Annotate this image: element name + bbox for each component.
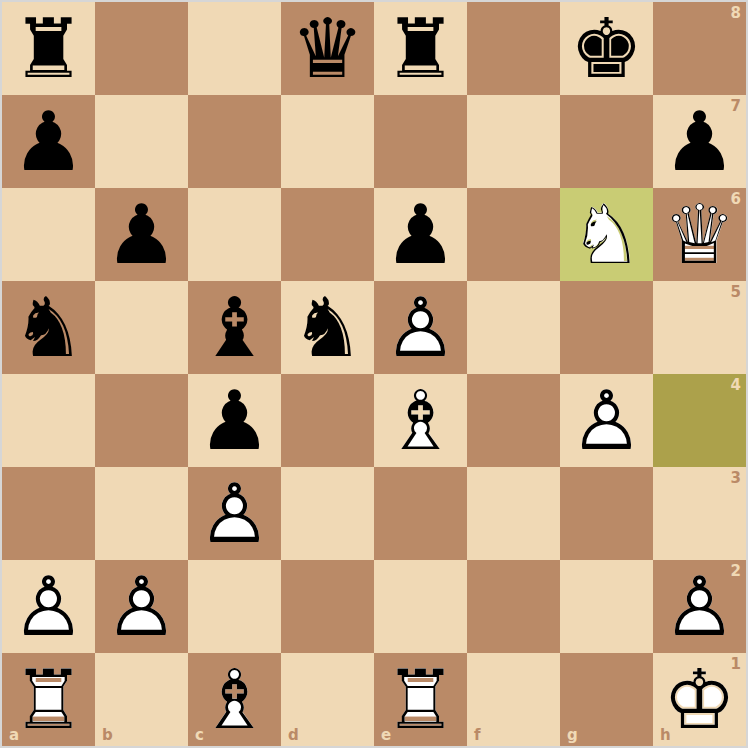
square-c1[interactable]: c♝♗: [188, 653, 281, 746]
white-queen-outline-glyph: ♕: [653, 188, 746, 281]
white-pawn-outline-glyph: ♙: [95, 560, 188, 653]
rank-label-3: 3: [731, 471, 741, 486]
square-d5[interactable]: ♞: [281, 281, 374, 374]
square-d6[interactable]: [281, 188, 374, 281]
square-c2[interactable]: [188, 560, 281, 653]
square-b7[interactable]: [95, 95, 188, 188]
square-a6[interactable]: [2, 188, 95, 281]
file-label-d: d: [288, 728, 299, 743]
chess-board-frame: ♜♛♜♚8♟7♟♟♟♞♘6♛♕♞♝♞♟♙5♟♝♗♟♙4♟♙3♟♙♟♙2♟♙a♜♖…: [0, 0, 748, 748]
square-h4[interactable]: 4: [653, 374, 746, 467]
square-g4[interactable]: ♟♙: [560, 374, 653, 467]
square-b3[interactable]: [95, 467, 188, 560]
white-pawn-outline-glyph: ♙: [653, 560, 746, 653]
black-pawn-fill-glyph: ♟: [374, 188, 467, 281]
piece-black-rook-icon[interactable]: ♜: [2, 2, 95, 95]
black-pawn-fill-glyph: ♟: [188, 374, 281, 467]
square-f7[interactable]: [467, 95, 560, 188]
piece-white-queen-icon[interactable]: ♛♕: [653, 188, 746, 281]
square-e1[interactable]: e♜♖: [374, 653, 467, 746]
piece-black-knight-icon[interactable]: ♞: [281, 281, 374, 374]
black-pawn-fill-glyph: ♟: [95, 188, 188, 281]
square-e4[interactable]: ♝♗: [374, 374, 467, 467]
piece-black-queen-icon[interactable]: ♛: [281, 2, 374, 95]
square-e8[interactable]: ♜: [374, 2, 467, 95]
rank-label-5: 5: [731, 285, 741, 300]
white-knight-outline-glyph: ♘: [560, 188, 653, 281]
black-bishop-fill-glyph: ♝: [188, 281, 281, 374]
black-knight-fill-glyph: ♞: [2, 281, 95, 374]
square-b1[interactable]: b: [95, 653, 188, 746]
piece-black-bishop-icon[interactable]: ♝: [188, 281, 281, 374]
square-b6[interactable]: ♟: [95, 188, 188, 281]
square-d7[interactable]: [281, 95, 374, 188]
square-e3[interactable]: [374, 467, 467, 560]
white-pawn-outline-glyph: ♙: [188, 467, 281, 560]
square-c8[interactable]: [188, 2, 281, 95]
square-g6[interactable]: ♞♘: [560, 188, 653, 281]
square-h6[interactable]: 6♛♕: [653, 188, 746, 281]
white-bishop-outline-glyph: ♗: [188, 653, 281, 746]
piece-white-bishop-icon[interactable]: ♝♗: [188, 653, 281, 746]
piece-black-pawn-icon[interactable]: ♟: [653, 95, 746, 188]
square-f8[interactable]: [467, 2, 560, 95]
piece-white-king-icon[interactable]: ♚♔: [653, 653, 746, 746]
square-c5[interactable]: ♝: [188, 281, 281, 374]
square-h5[interactable]: 5: [653, 281, 746, 374]
piece-white-rook-icon[interactable]: ♜♖: [2, 653, 95, 746]
square-e6[interactable]: ♟: [374, 188, 467, 281]
square-g2[interactable]: [560, 560, 653, 653]
white-king-outline-glyph: ♔: [653, 653, 746, 746]
square-a3[interactable]: [2, 467, 95, 560]
square-g3[interactable]: [560, 467, 653, 560]
piece-white-pawn-icon[interactable]: ♟♙: [560, 374, 653, 467]
square-g8[interactable]: ♚: [560, 2, 653, 95]
square-e7[interactable]: [374, 95, 467, 188]
piece-black-rook-icon[interactable]: ♜: [374, 2, 467, 95]
square-d1[interactable]: d: [281, 653, 374, 746]
square-d3[interactable]: [281, 467, 374, 560]
file-label-b: b: [102, 728, 113, 743]
white-rook-outline-glyph: ♖: [374, 653, 467, 746]
square-g1[interactable]: g: [560, 653, 653, 746]
square-d2[interactable]: [281, 560, 374, 653]
white-pawn-outline-glyph: ♙: [560, 374, 653, 467]
square-h8[interactable]: 8: [653, 2, 746, 95]
square-a4[interactable]: [2, 374, 95, 467]
white-rook-outline-glyph: ♖: [2, 653, 95, 746]
black-rook-fill-glyph: ♜: [2, 2, 95, 95]
black-pawn-fill-glyph: ♟: [653, 95, 746, 188]
square-e5[interactable]: ♟♙: [374, 281, 467, 374]
square-c6[interactable]: [188, 188, 281, 281]
square-a1[interactable]: a♜♖: [2, 653, 95, 746]
rank-label-4: 4: [731, 378, 741, 393]
black-queen-fill-glyph: ♛: [281, 2, 374, 95]
square-b8[interactable]: [95, 2, 188, 95]
black-pawn-fill-glyph: ♟: [2, 95, 95, 188]
file-label-f: f: [474, 728, 481, 743]
square-c7[interactable]: [188, 95, 281, 188]
rank-label-8: 8: [731, 6, 741, 21]
square-f5[interactable]: [467, 281, 560, 374]
white-pawn-outline-glyph: ♙: [2, 560, 95, 653]
file-label-g: g: [567, 728, 578, 743]
square-g7[interactable]: [560, 95, 653, 188]
square-g5[interactable]: [560, 281, 653, 374]
piece-black-pawn-icon[interactable]: ♟: [374, 188, 467, 281]
square-a2[interactable]: ♟♙: [2, 560, 95, 653]
white-pawn-outline-glyph: ♙: [374, 281, 467, 374]
square-f3[interactable]: [467, 467, 560, 560]
piece-black-pawn-icon[interactable]: ♟: [95, 188, 188, 281]
square-d8[interactable]: ♛: [281, 2, 374, 95]
square-a8[interactable]: ♜: [2, 2, 95, 95]
square-h3[interactable]: 3: [653, 467, 746, 560]
white-bishop-outline-glyph: ♗: [374, 374, 467, 467]
square-c3[interactable]: ♟♙: [188, 467, 281, 560]
piece-white-pawn-icon[interactable]: ♟♙: [2, 560, 95, 653]
black-rook-fill-glyph: ♜: [374, 2, 467, 95]
square-h1[interactable]: 1h♚♔: [653, 653, 746, 746]
square-h2[interactable]: 2♟♙: [653, 560, 746, 653]
piece-black-pawn-icon[interactable]: ♟: [2, 95, 95, 188]
square-a5[interactable]: ♞: [2, 281, 95, 374]
piece-white-rook-icon[interactable]: ♜♖: [374, 653, 467, 746]
board-grid: ♜♛♜♚8♟7♟♟♟♞♘6♛♕♞♝♞♟♙5♟♝♗♟♙4♟♙3♟♙♟♙2♟♙a♜♖…: [2, 2, 746, 746]
black-knight-fill-glyph: ♞: [281, 281, 374, 374]
square-f2[interactable]: [467, 560, 560, 653]
piece-white-pawn-icon[interactable]: ♟♙: [374, 281, 467, 374]
square-d4[interactable]: [281, 374, 374, 467]
piece-white-pawn-icon[interactable]: ♟♙: [188, 467, 281, 560]
piece-white-pawn-icon[interactable]: ♟♙: [95, 560, 188, 653]
square-b5[interactable]: [95, 281, 188, 374]
square-f6[interactable]: [467, 188, 560, 281]
piece-white-knight-icon[interactable]: ♞♘: [560, 188, 653, 281]
square-b4[interactable]: [95, 374, 188, 467]
piece-black-knight-icon[interactable]: ♞: [2, 281, 95, 374]
square-c4[interactable]: ♟: [188, 374, 281, 467]
piece-black-pawn-icon[interactable]: ♟: [188, 374, 281, 467]
square-b2[interactable]: ♟♙: [95, 560, 188, 653]
square-f4[interactable]: [467, 374, 560, 467]
piece-white-bishop-icon[interactable]: ♝♗: [374, 374, 467, 467]
square-f1[interactable]: f: [467, 653, 560, 746]
square-h7[interactable]: 7♟: [653, 95, 746, 188]
piece-black-king-icon[interactable]: ♚: [560, 2, 653, 95]
piece-white-pawn-icon[interactable]: ♟♙: [653, 560, 746, 653]
black-king-fill-glyph: ♚: [560, 2, 653, 95]
square-a7[interactable]: ♟: [2, 95, 95, 188]
square-e2[interactable]: [374, 560, 467, 653]
